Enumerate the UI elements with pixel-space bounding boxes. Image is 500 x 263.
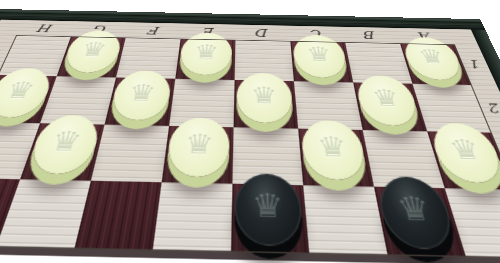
square-f3: [91, 125, 169, 183]
white-checker-e3: ♛: [165, 117, 230, 178]
crown-emboss-icon: ♛: [183, 128, 215, 160]
crown-emboss-icon: ♛: [316, 131, 350, 163]
file-label-text: D: [256, 26, 269, 39]
crown-emboss-icon: ♛: [46, 126, 85, 158]
square-f2: ♛: [105, 77, 176, 125]
square-d2: ♛: [234, 80, 299, 129]
crown-emboss-icon: ♛: [193, 40, 220, 63]
square-f4: [74, 181, 161, 251]
white-checker-e1: ♛: [178, 32, 232, 75]
board-photo-stage: HGFEDCBA11223344♛♛♛♛♛♛♛♛♛♛♛♛♛♛: [0, 0, 500, 263]
white-checker-c1: ♛: [292, 35, 349, 79]
white-checker-f2: ♛: [108, 70, 173, 121]
crown-emboss-icon: ♛: [393, 189, 436, 228]
square-c1: ♛: [290, 41, 353, 83]
crown-emboss-icon: ♛: [1, 77, 39, 104]
file-label-d: D: [235, 25, 290, 41]
black-checker-d4: ♛: [234, 173, 304, 246]
crown-emboss-icon: ♛: [78, 38, 110, 61]
crown-emboss-icon: ♛: [251, 186, 285, 225]
square-e4: [153, 182, 233, 252]
crown-emboss-icon: ♛: [369, 84, 403, 111]
crown-emboss-icon: ♛: [126, 79, 158, 106]
crown-emboss-icon: ♛: [250, 82, 278, 109]
rank-label-text: 2: [486, 101, 500, 116]
rank-label-text: 1: [467, 58, 482, 71]
file-label-f: F: [126, 22, 183, 38]
square-c3: ♛: [298, 129, 374, 187]
board: HGFEDCBA11223344♛♛♛♛♛♛♛♛♛♛♛♛♛♛: [0, 9, 500, 263]
file-label-text: B: [363, 29, 378, 42]
white-checker-c3: ♛: [300, 120, 369, 181]
file-label-b: B: [342, 27, 400, 43]
crown-emboss-icon: ♛: [305, 43, 333, 66]
file-label-text: F: [148, 24, 161, 37]
crown-emboss-icon: ♛: [445, 134, 486, 166]
crown-emboss-icon: ♛: [415, 45, 448, 68]
file-label-h: H: [16, 20, 76, 36]
white-checker-g1: ♛: [60, 30, 124, 73]
white-checker-d2: ♛: [236, 73, 294, 124]
file-label-text: H: [37, 22, 56, 35]
rank-label-text: 1: [0, 48, 3, 60]
square-d4: ♛: [231, 184, 309, 254]
square-e3: ♛: [162, 126, 234, 184]
square-e1: ♛: [175, 39, 235, 80]
